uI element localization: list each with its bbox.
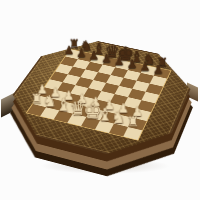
product-photo: ♜♞♝♛♚♝♞♜♟♟♟♟♟♟♟♟♟♟♟♟♟♟♟♟♜♞♝♛♚♝♞♜ (0, 0, 200, 200)
piece-white-rook-icon: ♜ (125, 109, 140, 133)
piece-black-pawn-icon: ♟ (138, 56, 152, 77)
piece-white-knight-icon: ♞ (43, 90, 58, 113)
piece-black-pawn-icon: ♟ (152, 59, 166, 81)
piece-black-pawn-icon: ♟ (100, 48, 113, 69)
piece-black-pawn-icon: ♟ (125, 53, 139, 74)
piece-white-king-icon: ♚ (83, 99, 98, 122)
piece-black-pawn-icon: ♟ (87, 45, 100, 66)
board-wrap: ♜♞♝♛♚♝♞♜♟♟♟♟♟♟♟♟♟♟♟♟♟♟♟♟♜♞♝♛♚♝♞♜ (0, 0, 200, 200)
piece-black-pawn-icon: ♟ (113, 51, 127, 72)
piece-black-pawn-icon: ♟ (75, 43, 88, 64)
chess-board: ♜♞♝♛♚♝♞♜♟♟♟♟♟♟♟♟♟♟♟♟♟♟♟♟♜♞♝♛♚♝♞♜ (0, 33, 200, 167)
piece-white-bishop-icon: ♝ (97, 103, 112, 126)
piece-white-bishop-icon: ♝ (56, 93, 71, 116)
piece-white-queen-icon: ♛ (70, 96, 85, 119)
piece-white-knight-icon: ♞ (111, 106, 126, 130)
piece-black-pawn-icon: ♟ (63, 40, 76, 61)
